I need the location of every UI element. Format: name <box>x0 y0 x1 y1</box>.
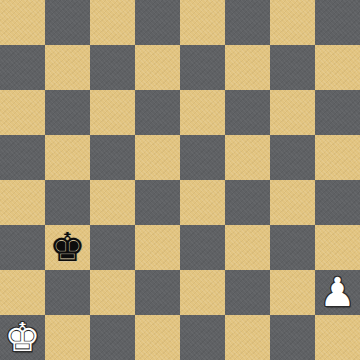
square-d1[interactable] <box>135 315 180 360</box>
square-b4[interactable] <box>45 180 90 225</box>
square-d5[interactable] <box>135 135 180 180</box>
square-c6[interactable] <box>90 90 135 135</box>
square-g8[interactable] <box>270 0 315 45</box>
square-c5[interactable] <box>90 135 135 180</box>
square-b6[interactable] <box>45 90 90 135</box>
square-f1[interactable] <box>225 315 270 360</box>
piece-white-king[interactable]: ♚ <box>5 315 41 360</box>
square-e1[interactable] <box>180 315 225 360</box>
chess-board: ♚♟♚ <box>0 0 360 360</box>
square-a4[interactable] <box>0 180 45 225</box>
square-e4[interactable] <box>180 180 225 225</box>
square-c3[interactable] <box>90 225 135 270</box>
square-f4[interactable] <box>225 180 270 225</box>
square-c4[interactable] <box>90 180 135 225</box>
square-g6[interactable] <box>270 90 315 135</box>
square-f8[interactable] <box>225 0 270 45</box>
square-e5[interactable] <box>180 135 225 180</box>
square-h8[interactable] <box>315 0 360 45</box>
square-a6[interactable] <box>0 90 45 135</box>
square-a1[interactable]: ♚ <box>0 315 45 360</box>
square-d4[interactable] <box>135 180 180 225</box>
square-d8[interactable] <box>135 0 180 45</box>
square-h3[interactable] <box>315 225 360 270</box>
square-c8[interactable] <box>90 0 135 45</box>
square-f2[interactable] <box>225 270 270 315</box>
square-a8[interactable] <box>0 0 45 45</box>
square-g5[interactable] <box>270 135 315 180</box>
square-g4[interactable] <box>270 180 315 225</box>
square-b2[interactable] <box>45 270 90 315</box>
square-e6[interactable] <box>180 90 225 135</box>
square-b1[interactable] <box>45 315 90 360</box>
square-h4[interactable] <box>315 180 360 225</box>
square-a7[interactable] <box>0 45 45 90</box>
square-c2[interactable] <box>90 270 135 315</box>
square-a2[interactable] <box>0 270 45 315</box>
square-f3[interactable] <box>225 225 270 270</box>
piece-black-king[interactable]: ♚ <box>50 225 86 270</box>
square-e3[interactable] <box>180 225 225 270</box>
square-d2[interactable] <box>135 270 180 315</box>
piece-white-pawn[interactable]: ♟ <box>320 270 356 315</box>
square-b8[interactable] <box>45 0 90 45</box>
square-e8[interactable] <box>180 0 225 45</box>
square-a5[interactable] <box>0 135 45 180</box>
square-e2[interactable] <box>180 270 225 315</box>
square-f7[interactable] <box>225 45 270 90</box>
square-d6[interactable] <box>135 90 180 135</box>
square-b7[interactable] <box>45 45 90 90</box>
square-d3[interactable] <box>135 225 180 270</box>
square-e7[interactable] <box>180 45 225 90</box>
square-f5[interactable] <box>225 135 270 180</box>
square-h6[interactable] <box>315 90 360 135</box>
square-c1[interactable] <box>90 315 135 360</box>
square-h1[interactable] <box>315 315 360 360</box>
square-c7[interactable] <box>90 45 135 90</box>
square-h5[interactable] <box>315 135 360 180</box>
square-f6[interactable] <box>225 90 270 135</box>
square-h2[interactable]: ♟ <box>315 270 360 315</box>
square-g2[interactable] <box>270 270 315 315</box>
square-g7[interactable] <box>270 45 315 90</box>
square-h7[interactable] <box>315 45 360 90</box>
square-a3[interactable] <box>0 225 45 270</box>
square-b5[interactable] <box>45 135 90 180</box>
square-b3[interactable]: ♚ <box>45 225 90 270</box>
square-d7[interactable] <box>135 45 180 90</box>
square-g3[interactable] <box>270 225 315 270</box>
square-g1[interactable] <box>270 315 315 360</box>
